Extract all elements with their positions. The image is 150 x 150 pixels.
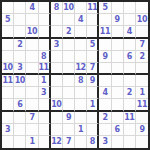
cell-r4c12-given[interactable]: 7 [136, 39, 148, 51]
cell-r7c11-empty[interactable] [124, 75, 136, 87]
cell-r1c5-given[interactable]: 8 [51, 2, 63, 14]
cell-r3c12-empty[interactable] [136, 26, 148, 38]
cell-r7c2-given[interactable]: 10 [14, 75, 26, 87]
cell-r11c6-empty[interactable] [63, 124, 75, 136]
cell-r11c12-given[interactable]: 9 [136, 124, 148, 136]
cell-r6c5-empty[interactable] [51, 63, 63, 75]
cell-r9c12-given[interactable]: 11 [136, 99, 148, 111]
cell-r12c9-given[interactable]: 3 [99, 136, 111, 148]
cell-r11c10-given[interactable]: 6 [112, 124, 124, 136]
cell-r11c1-given[interactable]: 3 [2, 124, 14, 136]
cell-r1c1-empty[interactable] [2, 2, 14, 14]
cell-r8c3-empty[interactable] [26, 87, 38, 99]
cell-r11c5-empty[interactable] [51, 124, 63, 136]
cell-r2c12-given[interactable]: 10 [136, 14, 148, 26]
cell-r2c11-empty[interactable] [124, 14, 136, 26]
cell-r6c11-empty[interactable] [124, 63, 136, 75]
cell-r11c8-empty[interactable] [87, 124, 99, 136]
cell-r10c12-empty[interactable] [136, 112, 148, 124]
cell-r10c7-empty[interactable] [75, 112, 87, 124]
cell-r6c6-empty[interactable] [63, 63, 75, 75]
cell-r2c9-empty[interactable] [99, 14, 111, 26]
cell-r9c11-empty[interactable] [124, 99, 136, 111]
cell-r7c7-given[interactable]: 8 [75, 75, 87, 87]
cell-r6c12-empty[interactable] [136, 63, 148, 75]
cell-r7c6-empty[interactable] [63, 75, 75, 87]
cell-r3c5-empty[interactable] [51, 26, 63, 38]
cell-r9c10-empty[interactable] [112, 99, 124, 111]
cell-r3c8-empty[interactable] [87, 26, 99, 38]
cell-r10c8-empty[interactable] [87, 112, 99, 124]
cell-r2c8-empty[interactable] [87, 14, 99, 26]
cell-r1c12-empty[interactable] [136, 2, 148, 14]
cell-r12c7-empty[interactable] [75, 136, 87, 148]
cell-r5c9-given[interactable]: 9 [99, 51, 111, 63]
cell-r5c10-empty[interactable] [112, 51, 124, 63]
cell-r8c1-empty[interactable] [2, 87, 14, 99]
cell-r9c1-empty[interactable] [2, 99, 14, 111]
cell-r4c8-given[interactable]: 5 [87, 39, 99, 51]
cell-r11c7-given[interactable]: 1 [75, 124, 87, 136]
cell-r10c10-empty[interactable] [112, 112, 124, 124]
cell-r10c11-given[interactable]: 11 [124, 112, 136, 124]
cell-r6c8-given[interactable]: 7 [87, 63, 99, 75]
cell-r8c8-empty[interactable] [87, 87, 99, 99]
cell-r4c1-empty[interactable] [2, 39, 14, 51]
cell-r6c2-given[interactable]: 3 [14, 63, 26, 75]
cell-r10c1-empty[interactable] [2, 112, 14, 124]
cell-r4c9-empty[interactable] [99, 39, 111, 51]
cell-r11c11-empty[interactable] [124, 124, 136, 136]
cell-r1c6-given[interactable]: 10 [63, 2, 75, 14]
cell-r4c7-empty[interactable] [75, 39, 87, 51]
cell-r12c4-empty[interactable] [39, 136, 51, 148]
cell-r8c6-empty[interactable] [63, 87, 75, 99]
cell-r2c3-empty[interactable] [26, 14, 38, 26]
cell-r8c4-given[interactable]: 3 [39, 87, 51, 99]
cell-r10c3-given[interactable]: 7 [26, 112, 38, 124]
cell-r5c6-empty[interactable] [63, 51, 75, 63]
cell-r4c3-empty[interactable] [26, 39, 38, 51]
cell-r10c4-empty[interactable] [39, 112, 51, 124]
cell-r12c3-given[interactable]: 1 [26, 136, 38, 148]
cell-r5c3-empty[interactable] [26, 51, 38, 63]
cell-r2c1-given[interactable]: 5 [2, 14, 14, 26]
cell-r5c1-empty[interactable] [2, 51, 14, 63]
cell-r7c8-given[interactable]: 9 [87, 75, 99, 87]
cell-r5c2-empty[interactable] [14, 51, 26, 63]
cell-r8c9-given[interactable]: 4 [99, 87, 111, 99]
cell-r5c12-given[interactable]: 2 [136, 51, 148, 63]
cell-r7c9-empty[interactable] [99, 75, 111, 87]
cell-r6c9-empty[interactable] [99, 63, 111, 75]
cell-r5c5-empty[interactable] [51, 51, 63, 63]
cell-r6c10-empty[interactable] [112, 63, 124, 75]
cell-r2c10-given[interactable]: 9 [112, 14, 124, 26]
cell-r2c6-empty[interactable] [63, 14, 75, 26]
cell-r4c6-empty[interactable] [63, 39, 75, 51]
cell-r7c3-empty[interactable] [26, 75, 38, 87]
cell-r9c2-given[interactable]: 6 [14, 99, 26, 111]
cell-r3c7-empty[interactable] [75, 26, 87, 38]
cell-r12c1-empty[interactable] [2, 136, 14, 148]
cell-r11c9-empty[interactable] [99, 124, 111, 136]
cell-r9c9-empty[interactable] [99, 99, 111, 111]
cell-r4c5-given[interactable]: 3 [51, 39, 63, 51]
cell-r5c8-empty[interactable] [87, 51, 99, 63]
cell-r7c5-empty[interactable] [51, 75, 63, 87]
cell-r3c4-empty[interactable] [39, 26, 51, 38]
cell-r12c11-empty[interactable] [124, 136, 136, 148]
cell-r8c2-empty[interactable] [14, 87, 26, 99]
cell-r9c8-given[interactable]: 1 [87, 99, 99, 111]
cell-r4c11-empty[interactable] [124, 39, 136, 51]
cell-r8c7-empty[interactable] [75, 87, 87, 99]
cell-r10c9-given[interactable]: 2 [99, 112, 111, 124]
cell-r5c4-given[interactable]: 8 [39, 51, 51, 63]
cell-r6c7-given[interactable]: 12 [75, 63, 87, 75]
cell-r2c7-given[interactable]: 4 [75, 14, 87, 26]
cell-r8c5-empty[interactable] [51, 87, 63, 99]
cell-r12c5-given[interactable]: 12 [51, 136, 63, 148]
cell-r9c6-empty[interactable] [63, 99, 75, 111]
cell-r6c1-given[interactable]: 10 [2, 63, 14, 75]
cell-r3c3-given[interactable]: 10 [26, 26, 38, 38]
sudoku-board: 4810115549101021142357896210311127111018… [0, 0, 150, 150]
cell-r3c9-given[interactable]: 11 [99, 26, 111, 38]
cell-r4c4-empty[interactable] [39, 39, 51, 51]
cell-r12c12-empty[interactable] [136, 136, 148, 148]
cell-r9c5-given[interactable]: 10 [51, 99, 63, 111]
cell-r6c4-given[interactable]: 11 [39, 63, 51, 75]
cell-r4c10-empty[interactable] [112, 39, 124, 51]
cell-r6c3-empty[interactable] [26, 63, 38, 75]
cell-r7c10-empty[interactable] [112, 75, 124, 87]
cell-r8c10-empty[interactable] [112, 87, 124, 99]
cell-r12c2-empty[interactable] [14, 136, 26, 148]
cell-r8c11-given[interactable]: 2 [124, 87, 136, 99]
cell-r2c4-empty[interactable] [39, 14, 51, 26]
cell-r3c2-empty[interactable] [14, 26, 26, 38]
cell-r12c8-given[interactable]: 8 [87, 136, 99, 148]
cell-r1c11-empty[interactable] [124, 2, 136, 14]
cell-r1c7-empty[interactable] [75, 2, 87, 14]
cell-r1c3-given[interactable]: 4 [26, 2, 38, 14]
cell-r1c9-given[interactable]: 5 [99, 2, 111, 14]
cell-r7c1-given[interactable]: 11 [2, 75, 14, 87]
cell-r10c5-empty[interactable] [51, 112, 63, 124]
cell-r2c5-empty[interactable] [51, 14, 63, 26]
cell-r11c3-empty[interactable] [26, 124, 38, 136]
cell-r11c4-empty[interactable] [39, 124, 51, 136]
cell-r9c3-empty[interactable] [26, 99, 38, 111]
cell-r1c4-empty[interactable] [39, 2, 51, 14]
cell-r2c2-empty[interactable] [14, 14, 26, 26]
cell-r3c6-given[interactable]: 2 [63, 26, 75, 38]
cell-r10c2-empty[interactable] [14, 112, 26, 124]
cell-r5c7-empty[interactable] [75, 51, 87, 63]
cell-r3c11-given[interactable]: 4 [124, 26, 136, 38]
cell-r9c7-empty[interactable] [75, 99, 87, 111]
cell-r1c10-empty[interactable] [112, 2, 124, 14]
cell-r1c2-empty[interactable] [14, 2, 26, 14]
cell-r7c12-empty[interactable] [136, 75, 148, 87]
cell-r4c2-given[interactable]: 2 [14, 39, 26, 51]
cell-r1c8-given[interactable]: 11 [87, 2, 99, 14]
cell-r10c6-given[interactable]: 9 [63, 112, 75, 124]
cell-r3c1-empty[interactable] [2, 26, 14, 38]
cell-r8c12-given[interactable]: 1 [136, 87, 148, 99]
cell-r12c6-given[interactable]: 7 [63, 136, 75, 148]
cell-r12c10-empty[interactable] [112, 136, 124, 148]
cell-r5c11-given[interactable]: 6 [124, 51, 136, 63]
cell-r11c2-empty[interactable] [14, 124, 26, 136]
cell-r9c4-empty[interactable] [39, 99, 51, 111]
cell-r3c10-empty[interactable] [112, 26, 124, 38]
cell-r7c4-given[interactable]: 1 [39, 75, 51, 87]
sudoku-puzzle: 4810115549101021142357896210311127111018… [0, 0, 150, 150]
